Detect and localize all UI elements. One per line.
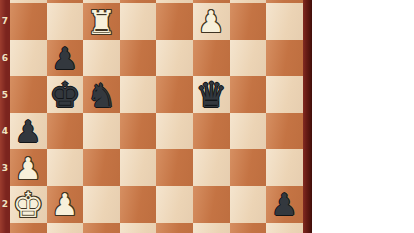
rank-label-7: 7	[0, 16, 10, 26]
square-d3[interactable]	[120, 149, 157, 186]
piece-black-queen-f5[interactable]: ♛	[196, 78, 227, 113]
square-e4[interactable]	[156, 113, 193, 150]
piece-black-knight-c5[interactable]: ♞	[87, 79, 117, 112]
square-d6[interactable]	[120, 40, 157, 77]
square-b7[interactable]	[47, 3, 84, 40]
square-a2[interactable]: ♚	[10, 186, 47, 223]
square-f6[interactable]	[193, 40, 230, 77]
square-g4[interactable]	[230, 113, 267, 150]
square-a5[interactable]	[10, 76, 47, 113]
page-background	[312, 0, 414, 233]
piece-black-pawn-b6[interactable]: ♟	[51, 44, 78, 74]
square-d2[interactable]	[120, 186, 157, 223]
piece-black-pawn-h2[interactable]: ♟	[271, 190, 298, 220]
square-c2[interactable]	[83, 186, 120, 223]
piece-white-rook-c7[interactable]: ♜	[87, 6, 117, 39]
square-h5[interactable]	[266, 76, 303, 113]
square-c3[interactable]	[83, 149, 120, 186]
piece-black-king-b5[interactable]: ♚	[49, 78, 80, 113]
square-b5[interactable]: ♚	[47, 76, 84, 113]
piece-white-pawn-a3[interactable]: ♟	[15, 154, 42, 184]
square-h7[interactable]	[266, 3, 303, 40]
square-b2[interactable]: ♟	[47, 186, 84, 223]
rank-label-3: 3	[0, 163, 10, 173]
square-a3[interactable]: ♟	[10, 149, 47, 186]
square-h1[interactable]	[266, 223, 303, 233]
piece-white-pawn-b2[interactable]: ♟	[51, 190, 78, 220]
square-f4[interactable]	[193, 113, 230, 150]
square-e3[interactable]	[156, 149, 193, 186]
square-g7[interactable]	[230, 3, 267, 40]
square-h4[interactable]	[266, 113, 303, 150]
square-f1[interactable]	[193, 223, 230, 233]
rank-label-5: 5	[0, 90, 10, 100]
square-e2[interactable]	[156, 186, 193, 223]
square-g2[interactable]	[230, 186, 267, 223]
square-a4[interactable]: ♟	[10, 113, 47, 150]
square-f2[interactable]	[193, 186, 230, 223]
square-h2[interactable]: ♟	[266, 186, 303, 223]
square-f5[interactable]: ♛	[193, 76, 230, 113]
square-c1[interactable]	[83, 223, 120, 233]
square-b4[interactable]	[47, 113, 84, 150]
square-e7[interactable]	[156, 3, 193, 40]
square-c5[interactable]: ♞	[83, 76, 120, 113]
square-g5[interactable]	[230, 76, 267, 113]
square-c7[interactable]: ♜	[83, 3, 120, 40]
square-e5[interactable]	[156, 76, 193, 113]
square-d4[interactable]	[120, 113, 157, 150]
square-e1[interactable]	[156, 223, 193, 233]
square-d1[interactable]	[120, 223, 157, 233]
square-d7[interactable]	[120, 3, 157, 40]
rank-label-4: 4	[0, 126, 10, 136]
piece-white-pawn-f7[interactable]: ♟	[198, 7, 225, 37]
square-f7[interactable]: ♟	[193, 3, 230, 40]
square-g6[interactable]	[230, 40, 267, 77]
square-c6[interactable]	[83, 40, 120, 77]
chess-board-frame: ♛♜♟♟♚♞♛♟♟♚♟♟ 765432	[0, 0, 312, 233]
square-a7[interactable]	[10, 3, 47, 40]
rank-label-6: 6	[0, 53, 10, 63]
square-b6[interactable]: ♟	[47, 40, 84, 77]
chess-board: ♛♜♟♟♚♞♛♟♟♚♟♟	[10, 0, 303, 233]
square-f3[interactable]	[193, 149, 230, 186]
square-g1[interactable]	[230, 223, 267, 233]
square-a6[interactable]	[10, 40, 47, 77]
square-b1[interactable]	[47, 223, 84, 233]
square-h6[interactable]	[266, 40, 303, 77]
square-c4[interactable]	[83, 113, 120, 150]
piece-black-pawn-a4[interactable]: ♟	[15, 117, 42, 147]
square-h3[interactable]	[266, 149, 303, 186]
square-a1[interactable]	[10, 223, 47, 233]
square-b3[interactable]	[47, 149, 84, 186]
square-g3[interactable]	[230, 149, 267, 186]
square-e6[interactable]	[156, 40, 193, 77]
square-d5[interactable]	[120, 76, 157, 113]
piece-white-king-a2[interactable]: ♚	[13, 188, 44, 223]
chess-app-screenshot: ♛♜♟♟♚♞♛♟♟♚♟♟ 765432	[0, 0, 414, 233]
rank-label-2: 2	[0, 199, 10, 209]
